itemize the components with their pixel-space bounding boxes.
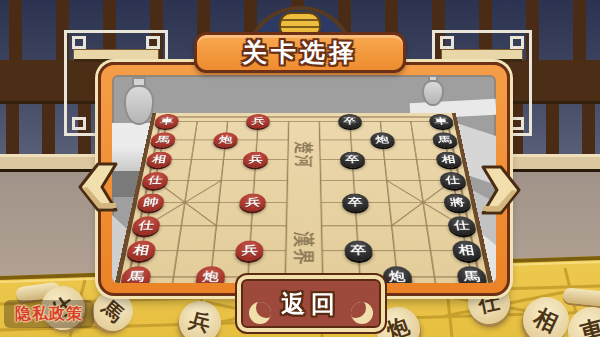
- xiangqi-piece-black: 車: [428, 114, 454, 128]
- xiangqi-piece-red: 車: [154, 114, 180, 128]
- back-button[interactable]: 返回: [237, 275, 385, 332]
- window-corner-tab: [440, 36, 454, 49]
- xiangqi-piece-black: 馬: [456, 266, 489, 283]
- xiangqi-piece-black: 卒: [338, 114, 362, 128]
- vase-decoration: [124, 77, 154, 125]
- xiangqi-piece-black: 炮: [382, 266, 413, 283]
- board-pieces-layer: 車馬相仕帥仕相馬車炮炮兵兵兵兵兵卒卒卒卒卒炮炮車馬相仕將仕相馬車: [112, 113, 496, 283]
- level-board-preview[interactable]: 楚河 漢界 車馬相仕帥仕相馬車炮炮兵兵兵兵兵卒卒卒卒卒炮炮車馬相仕將仕相馬車: [112, 75, 496, 283]
- vase-body: [124, 85, 154, 125]
- xiangqi-piece-black: 卒: [344, 241, 373, 261]
- window-corner-tab: [72, 117, 86, 130]
- xiangqi-piece-red: 兵: [243, 152, 269, 168]
- xiangqi-piece-red: 兵: [246, 114, 270, 128]
- level-preview-panel: 楚河 漢界 車馬相仕帥仕相馬車炮炮兵兵兵兵兵卒卒卒卒卒炮炮車馬相仕將仕相馬車: [98, 62, 510, 296]
- xiangqi-piece-red: 兵: [239, 194, 266, 212]
- vase-decoration: [422, 75, 444, 106]
- window-sill: [73, 49, 159, 62]
- level-select-screen: 仕馬兵炮仕相車: [0, 0, 600, 337]
- xiangqi-piece-black: 仕: [447, 216, 478, 235]
- xiangqi-piece-black: 炮: [370, 132, 396, 147]
- xiangqi-piece-red: 馬: [120, 266, 153, 283]
- window-sill: [441, 49, 523, 62]
- xiangqi-piece-red: 馬: [150, 132, 177, 147]
- crescent-moon-icon: [249, 302, 271, 324]
- privacy-policy-link[interactable]: 隐私政策: [4, 300, 94, 328]
- xiangqi-piece-black: 相: [451, 241, 483, 261]
- xiangqi-piece-black: 相: [435, 152, 463, 168]
- xiangqi-piece-red: 相: [145, 152, 173, 168]
- xiangqi-piece-red: 相: [125, 241, 157, 261]
- back-button-label: 返回: [281, 288, 341, 320]
- xiangqi-piece-black: 卒: [340, 152, 366, 168]
- window-corner-tab: [510, 36, 524, 49]
- window-corner-tab: [510, 117, 524, 130]
- xiangqi-piece-black: 卒: [342, 194, 369, 212]
- window-corner-tab: [146, 36, 160, 49]
- crescent-moon-icon: [351, 302, 373, 324]
- xiangqi-piece-red: 兵: [235, 241, 264, 261]
- xiangqi-piece-black: 將: [442, 194, 472, 212]
- privacy-policy-label: 隐私政策: [15, 304, 83, 325]
- xiangqi-piece-red: 仕: [141, 172, 170, 189]
- xiangqi-board: 楚河 漢界 車馬相仕帥仕相馬車炮炮兵兵兵兵兵卒卒卒卒卒炮炮車馬相仕將仕相馬車: [112, 113, 496, 283]
- xiangqi-piece-red: 炮: [213, 132, 239, 147]
- xiangqi-piece-black: 馬: [431, 132, 458, 147]
- vase-body: [422, 80, 444, 106]
- page-title-text: 关卡选择: [242, 36, 358, 69]
- xiangqi-piece-red: 帥: [136, 194, 166, 212]
- xiangqi-piece-black: 仕: [439, 172, 468, 189]
- xiangqi-piece-red: 仕: [131, 216, 162, 235]
- page-title: 关卡选择: [194, 32, 406, 73]
- previous-level-button[interactable]: [76, 161, 120, 213]
- next-level-button[interactable]: [479, 164, 523, 216]
- window-corner-tab: [72, 36, 86, 49]
- xiangqi-piece-red: 炮: [195, 266, 226, 283]
